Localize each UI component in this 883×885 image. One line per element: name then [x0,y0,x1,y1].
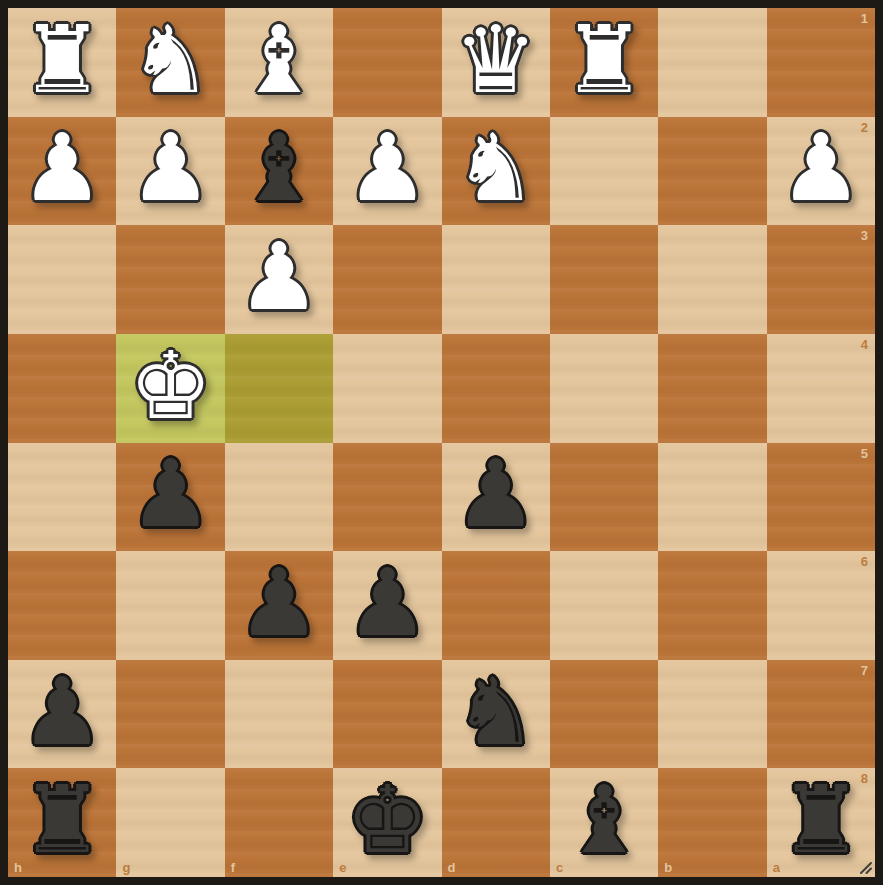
square-a1[interactable]: 1 [767,8,875,117]
coord-file-g: g [122,861,130,874]
square-f2[interactable]: ♝ [225,117,333,226]
piece-white-pawn[interactable]: ♟ [129,122,212,215]
square-e5[interactable] [333,443,441,552]
square-a8[interactable]: ♜8a [767,768,875,877]
square-h8[interactable]: ♜h [8,768,116,877]
piece-black-rook[interactable]: ♜ [21,774,104,867]
square-b2[interactable] [658,117,766,226]
square-b8[interactable]: b [658,768,766,877]
piece-white-queen[interactable]: ♛ [454,14,537,107]
square-c4[interactable] [550,334,658,443]
square-e6[interactable]: ♟ [333,551,441,660]
square-h4[interactable] [8,334,116,443]
square-e2[interactable]: ♟ [333,117,441,226]
coord-rank-5: 5 [861,447,868,460]
square-d5[interactable]: ♟ [442,443,550,552]
square-d6[interactable] [442,551,550,660]
coord-file-d: d [448,861,456,874]
piece-white-pawn[interactable]: ♟ [779,122,862,215]
square-f8[interactable]: f [225,768,333,877]
piece-black-pawn[interactable]: ♟ [237,557,320,650]
coord-rank-4: 4 [861,338,868,351]
piece-white-knight[interactable]: ♞ [129,14,212,107]
square-d7[interactable]: ♞ [442,660,550,769]
square-g1[interactable]: ♞ [116,8,224,117]
coord-rank-1: 1 [861,12,868,25]
piece-white-pawn[interactable]: ♟ [237,231,320,324]
square-f3[interactable]: ♟ [225,225,333,334]
piece-white-bishop[interactable]: ♝ [237,14,320,107]
square-g8[interactable]: g [116,768,224,877]
square-c3[interactable] [550,225,658,334]
piece-black-king[interactable]: ♚ [346,774,429,867]
square-c1[interactable]: ♜ [550,8,658,117]
coord-file-b: b [664,861,672,874]
piece-white-pawn[interactable]: ♟ [346,122,429,215]
square-a5[interactable]: 5 [767,443,875,552]
square-d2[interactable]: ♞ [442,117,550,226]
square-d8[interactable]: d [442,768,550,877]
square-g6[interactable] [116,551,224,660]
square-d1[interactable]: ♛ [442,8,550,117]
square-h7[interactable]: ♟ [8,660,116,769]
piece-white-rook[interactable]: ♜ [562,14,645,107]
square-b7[interactable] [658,660,766,769]
piece-black-rook[interactable]: ♜ [779,774,862,867]
piece-black-bishop[interactable]: ♝ [237,122,320,215]
square-h6[interactable] [8,551,116,660]
square-g2[interactable]: ♟ [116,117,224,226]
coord-file-f: f [231,861,235,874]
piece-white-knight[interactable]: ♞ [454,122,537,215]
piece-black-pawn[interactable]: ♟ [21,666,104,759]
square-c6[interactable] [550,551,658,660]
square-b3[interactable] [658,225,766,334]
piece-black-pawn[interactable]: ♟ [129,448,212,541]
square-e7[interactable] [333,660,441,769]
piece-black-pawn[interactable]: ♟ [454,448,537,541]
square-b5[interactable] [658,443,766,552]
square-c2[interactable] [550,117,658,226]
square-e1[interactable] [333,8,441,117]
square-a2[interactable]: ♟2 [767,117,875,226]
piece-white-rook[interactable]: ♜ [21,14,104,107]
square-b1[interactable] [658,8,766,117]
square-h3[interactable] [8,225,116,334]
square-b4[interactable] [658,334,766,443]
square-g7[interactable] [116,660,224,769]
piece-white-king[interactable]: ♚ [129,340,212,433]
piece-black-knight[interactable]: ♞ [454,666,537,759]
square-f5[interactable] [225,443,333,552]
square-d3[interactable] [442,225,550,334]
square-a7[interactable]: 7 [767,660,875,769]
square-c8[interactable]: ♝c [550,768,658,877]
board-frame: ♜♞♝♛♜1♟♟♝♟♞♟2♟3♚4♟♟5♟♟6♟♞7♜hgf♚ed♝cb♜8a [0,0,883,885]
square-b6[interactable] [658,551,766,660]
square-e4[interactable] [333,334,441,443]
square-g4[interactable]: ♚ [116,334,224,443]
square-g3[interactable] [116,225,224,334]
square-d4[interactable] [442,334,550,443]
square-f6[interactable]: ♟ [225,551,333,660]
square-c7[interactable] [550,660,658,769]
square-h2[interactable]: ♟ [8,117,116,226]
square-a4[interactable]: 4 [767,334,875,443]
square-a3[interactable]: 3 [767,225,875,334]
piece-white-pawn[interactable]: ♟ [21,122,104,215]
square-g5[interactable]: ♟ [116,443,224,552]
piece-black-pawn[interactable]: ♟ [346,557,429,650]
square-h1[interactable]: ♜ [8,8,116,117]
square-f1[interactable]: ♝ [225,8,333,117]
coord-rank-7: 7 [861,664,868,677]
square-a6[interactable]: 6 [767,551,875,660]
square-e3[interactable] [333,225,441,334]
coord-rank-6: 6 [861,555,868,568]
coord-rank-3: 3 [861,229,868,242]
square-f7[interactable] [225,660,333,769]
square-f4[interactable] [225,334,333,443]
resize-grip-icon[interactable] [859,861,872,874]
square-h5[interactable] [8,443,116,552]
piece-black-bishop[interactable]: ♝ [562,774,645,867]
square-e8[interactable]: ♚e [333,768,441,877]
chess-board: ♜♞♝♛♜1♟♟♝♟♞♟2♟3♚4♟♟5♟♟6♟♞7♜hgf♚ed♝cb♜8a [8,8,875,877]
square-c5[interactable] [550,443,658,552]
